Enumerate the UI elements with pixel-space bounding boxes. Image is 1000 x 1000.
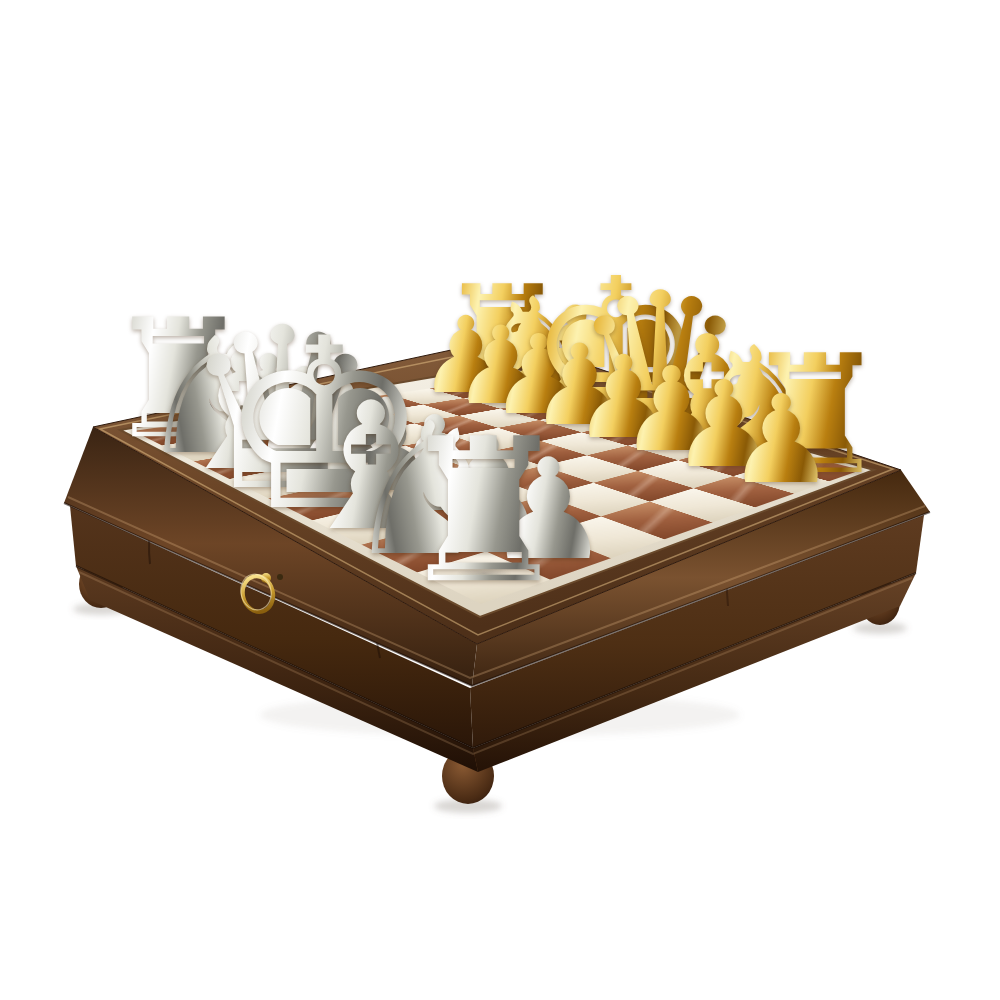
piece-gold-pawn-h7[interactable]: ♟ [727,379,836,501]
photo-stage: ♜♞♝♚♛♝♞♜♟♟♟♟♟♟♟♟♟♟♟♟♟♟♟♟♜♞♝♛♚♝♞♜ [0,0,1000,1000]
piece-silver-rook-h1[interactable]: ♜ [395,413,573,611]
